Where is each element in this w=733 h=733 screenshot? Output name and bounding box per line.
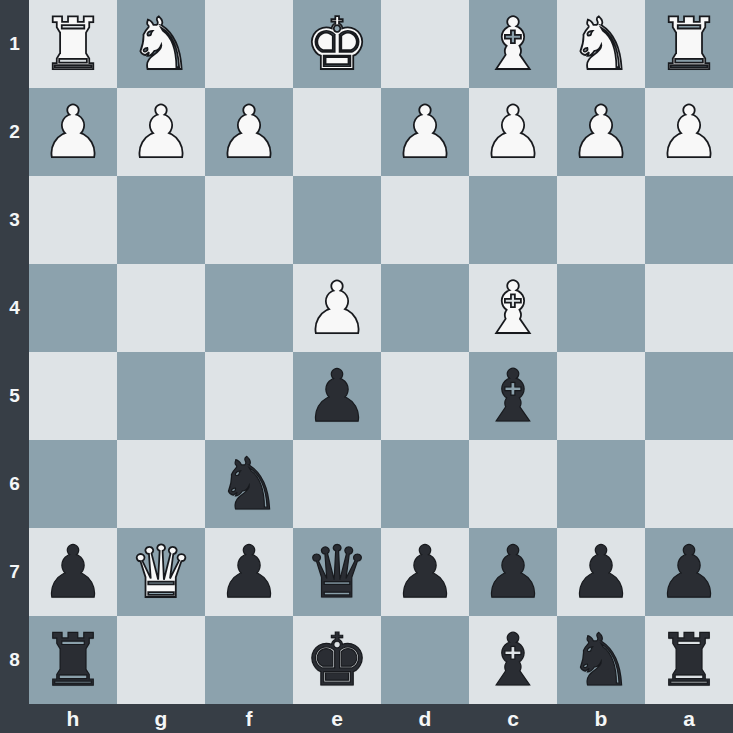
square-b7[interactable]: ♟	[557, 528, 645, 616]
square-b5[interactable]	[557, 352, 645, 440]
square-f8[interactable]	[205, 616, 293, 704]
black-rook[interactable]: ♜	[41, 616, 106, 704]
white-pawn[interactable]: ♟	[129, 88, 194, 176]
rank-label-8: 8	[0, 616, 29, 704]
rank-label-4: 4	[0, 264, 29, 352]
square-c7[interactable]: ♟	[469, 528, 557, 616]
black-pawn[interactable]: ♟	[569, 528, 634, 616]
black-knight[interactable]: ♞	[217, 440, 282, 528]
black-rook[interactable]: ♜	[657, 616, 722, 704]
square-a1[interactable]: ♜	[645, 0, 733, 88]
black-bishop[interactable]: ♝	[481, 616, 546, 704]
white-knight[interactable]: ♞	[129, 0, 194, 88]
frame-corner	[0, 704, 29, 733]
black-pawn[interactable]: ♟	[217, 528, 282, 616]
square-h2[interactable]: ♟	[29, 88, 117, 176]
square-e8[interactable]: ♚	[293, 616, 381, 704]
black-king[interactable]: ♚	[305, 616, 370, 704]
black-bishop[interactable]: ♝	[481, 352, 546, 440]
black-knight[interactable]: ♞	[569, 616, 634, 704]
white-pawn[interactable]: ♟	[657, 88, 722, 176]
square-c1[interactable]: ♝	[469, 0, 557, 88]
white-bishop[interactable]: ♝	[481, 0, 546, 88]
chess-board-diagram: 12345678 ♜♞♚♝♞♜♟♟♟♟♟♟♟♟♝♟♝♞♟♛♟♛♟♟♟♟♜♚♝♞♜…	[0, 0, 733, 733]
file-label-e: e	[293, 704, 381, 733]
square-d7[interactable]: ♟	[381, 528, 469, 616]
square-a8[interactable]: ♜	[645, 616, 733, 704]
file-labels: hgfedcba	[29, 704, 733, 733]
square-b8[interactable]: ♞	[557, 616, 645, 704]
square-f3[interactable]	[205, 176, 293, 264]
square-g8[interactable]	[117, 616, 205, 704]
square-g2[interactable]: ♟	[117, 88, 205, 176]
white-pawn[interactable]: ♟	[481, 88, 546, 176]
white-bishop[interactable]: ♝	[481, 264, 546, 352]
square-g1[interactable]: ♞	[117, 0, 205, 88]
square-g7[interactable]: ♛	[117, 528, 205, 616]
rank-label-2: 2	[0, 88, 29, 176]
square-e7[interactable]: ♛	[293, 528, 381, 616]
square-c2[interactable]: ♟	[469, 88, 557, 176]
black-pawn[interactable]: ♟	[657, 528, 722, 616]
square-h7[interactable]: ♟	[29, 528, 117, 616]
square-e2[interactable]	[293, 88, 381, 176]
file-label-f: f	[205, 704, 293, 733]
square-f5[interactable]	[205, 352, 293, 440]
square-a2[interactable]: ♟	[645, 88, 733, 176]
square-c4[interactable]: ♝	[469, 264, 557, 352]
square-f2[interactable]: ♟	[205, 88, 293, 176]
file-label-a: a	[645, 704, 733, 733]
black-pawn[interactable]: ♟	[41, 528, 106, 616]
white-king[interactable]: ♚	[305, 0, 370, 88]
white-pawn[interactable]: ♟	[393, 88, 458, 176]
square-e6[interactable]	[293, 440, 381, 528]
square-c5[interactable]: ♝	[469, 352, 557, 440]
square-a7[interactable]: ♟	[645, 528, 733, 616]
square-h8[interactable]: ♜	[29, 616, 117, 704]
square-d6[interactable]	[381, 440, 469, 528]
rank-label-3: 3	[0, 176, 29, 264]
square-d1[interactable]	[381, 0, 469, 88]
black-pawn[interactable]: ♟	[305, 352, 370, 440]
white-pawn[interactable]: ♟	[305, 264, 370, 352]
rank-labels: 12345678	[0, 0, 29, 704]
square-e5[interactable]: ♟	[293, 352, 381, 440]
square-f7[interactable]: ♟	[205, 528, 293, 616]
square-b4[interactable]	[557, 264, 645, 352]
square-a5[interactable]	[645, 352, 733, 440]
white-queen[interactable]: ♛	[129, 528, 194, 616]
square-b6[interactable]	[557, 440, 645, 528]
white-pawn[interactable]: ♟	[217, 88, 282, 176]
white-pawn[interactable]: ♟	[41, 88, 106, 176]
square-d3[interactable]	[381, 176, 469, 264]
black-queen[interactable]: ♛	[305, 528, 370, 616]
rank-label-7: 7	[0, 528, 29, 616]
square-g6[interactable]	[117, 440, 205, 528]
square-f6[interactable]: ♞	[205, 440, 293, 528]
square-g4[interactable]	[117, 264, 205, 352]
square-d4[interactable]	[381, 264, 469, 352]
rank-label-5: 5	[0, 352, 29, 440]
square-b3[interactable]	[557, 176, 645, 264]
black-pawn[interactable]: ♟	[481, 528, 546, 616]
square-d5[interactable]	[381, 352, 469, 440]
square-e4[interactable]: ♟	[293, 264, 381, 352]
file-label-h: h	[29, 704, 117, 733]
file-label-d: d	[381, 704, 469, 733]
file-label-b: b	[557, 704, 645, 733]
square-b2[interactable]: ♟	[557, 88, 645, 176]
square-h1[interactable]: ♜	[29, 0, 117, 88]
square-a4[interactable]	[645, 264, 733, 352]
square-a6[interactable]	[645, 440, 733, 528]
square-h3[interactable]	[29, 176, 117, 264]
square-e1[interactable]: ♚	[293, 0, 381, 88]
rank-label-1: 1	[0, 0, 29, 88]
square-d2[interactable]: ♟	[381, 88, 469, 176]
square-g3[interactable]	[117, 176, 205, 264]
square-g5[interactable]	[117, 352, 205, 440]
white-knight[interactable]: ♞	[569, 0, 634, 88]
file-label-c: c	[469, 704, 557, 733]
square-c8[interactable]: ♝	[469, 616, 557, 704]
file-label-g: g	[117, 704, 205, 733]
square-e3[interactable]	[293, 176, 381, 264]
rank-label-6: 6	[0, 440, 29, 528]
chess-board: ♜♞♚♝♞♜♟♟♟♟♟♟♟♟♝♟♝♞♟♛♟♛♟♟♟♟♜♚♝♞♜	[29, 0, 733, 704]
square-a3[interactable]	[645, 176, 733, 264]
square-d8[interactable]	[381, 616, 469, 704]
square-b1[interactable]: ♞	[557, 0, 645, 88]
square-f4[interactable]	[205, 264, 293, 352]
square-h5[interactable]	[29, 352, 117, 440]
white-pawn[interactable]: ♟	[569, 88, 634, 176]
square-c6[interactable]	[469, 440, 557, 528]
black-pawn[interactable]: ♟	[393, 528, 458, 616]
square-c3[interactable]	[469, 176, 557, 264]
white-rook[interactable]: ♜	[657, 0, 722, 88]
square-h4[interactable]	[29, 264, 117, 352]
square-h6[interactable]	[29, 440, 117, 528]
square-f1[interactable]	[205, 0, 293, 88]
white-rook[interactable]: ♜	[41, 0, 106, 88]
